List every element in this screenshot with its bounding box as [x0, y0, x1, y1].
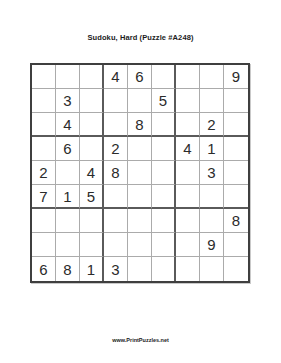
cell-r8c2 [56, 233, 80, 257]
cell-r2c9 [224, 89, 248, 113]
cell-r4c1 [32, 137, 56, 161]
cell-r6c2: 1 [56, 185, 80, 209]
cell-r7c7 [176, 209, 200, 233]
cell-r9c3: 1 [80, 257, 104, 281]
cell-r1c9: 9 [224, 65, 248, 89]
cell-r2c5 [128, 89, 152, 113]
cell-r5c4: 8 [104, 161, 128, 185]
cell-r9c7 [176, 257, 200, 281]
cell-r5c9 [224, 161, 248, 185]
cell-r2c1 [32, 89, 56, 113]
cell-r5c6 [152, 161, 176, 185]
cell-r6c4 [104, 185, 128, 209]
cell-r2c4 [104, 89, 128, 113]
cell-r1c4: 4 [104, 65, 128, 89]
cell-r4c8: 1 [200, 137, 224, 161]
cell-r4c2: 6 [56, 137, 80, 161]
cell-r3c9 [224, 113, 248, 137]
cell-r1c7 [176, 65, 200, 89]
cell-r5c2 [56, 161, 80, 185]
cell-r1c5: 6 [128, 65, 152, 89]
cell-r8c7 [176, 233, 200, 257]
cell-r7c6 [152, 209, 176, 233]
cell-r3c1 [32, 113, 56, 137]
cell-r7c9: 8 [224, 209, 248, 233]
cell-r9c5 [128, 257, 152, 281]
cell-r6c8 [200, 185, 224, 209]
cell-r4c7: 4 [176, 137, 200, 161]
cell-r8c6 [152, 233, 176, 257]
cell-r2c6: 5 [152, 89, 176, 113]
cell-r7c8 [200, 209, 224, 233]
cell-r1c2 [56, 65, 80, 89]
cell-r8c8: 9 [200, 233, 224, 257]
cell-r8c4 [104, 233, 128, 257]
cell-r9c4: 3 [104, 257, 128, 281]
cell-r3c8: 2 [200, 113, 224, 137]
cell-r2c2: 3 [56, 89, 80, 113]
page: { "game": "sudoku", "title": "Sudoku, Ha… [0, 0, 281, 363]
cell-r8c3 [80, 233, 104, 257]
cell-r3c3 [80, 113, 104, 137]
cell-r2c8 [200, 89, 224, 113]
cell-r6c7 [176, 185, 200, 209]
cell-r9c9 [224, 257, 248, 281]
cell-r3c2: 4 [56, 113, 80, 137]
footer-url: www.PrintPuzzles.net [0, 337, 281, 343]
cell-r6c3: 5 [80, 185, 104, 209]
cell-r3c5: 8 [128, 113, 152, 137]
cell-r5c3: 4 [80, 161, 104, 185]
cell-r7c1 [32, 209, 56, 233]
cell-r5c7 [176, 161, 200, 185]
sudoku-board: 4693548262412483715896813 [30, 63, 250, 283]
cell-r1c3 [80, 65, 104, 89]
cell-r5c8: 3 [200, 161, 224, 185]
cell-r4c5 [128, 137, 152, 161]
cell-r3c7 [176, 113, 200, 137]
cell-r3c4 [104, 113, 128, 137]
cell-r4c9 [224, 137, 248, 161]
cell-r8c5 [128, 233, 152, 257]
cell-r6c1: 7 [32, 185, 56, 209]
cell-r1c6 [152, 65, 176, 89]
cell-r4c4: 2 [104, 137, 128, 161]
cell-r9c6 [152, 257, 176, 281]
cell-r9c2: 8 [56, 257, 80, 281]
cell-r7c2 [56, 209, 80, 233]
cell-r7c3 [80, 209, 104, 233]
cell-r7c4 [104, 209, 128, 233]
cell-r1c1 [32, 65, 56, 89]
cell-r4c6 [152, 137, 176, 161]
cell-r7c5 [128, 209, 152, 233]
cell-r6c9 [224, 185, 248, 209]
cell-r9c8 [200, 257, 224, 281]
cell-r9c1: 6 [32, 257, 56, 281]
cell-r8c9 [224, 233, 248, 257]
cell-r5c1: 2 [32, 161, 56, 185]
cell-r2c7 [176, 89, 200, 113]
puzzle-title: Sudoku, Hard (Puzzle #A248) [0, 33, 281, 42]
cell-r4c3 [80, 137, 104, 161]
cell-r6c6 [152, 185, 176, 209]
cell-r1c8 [200, 65, 224, 89]
cell-r8c1 [32, 233, 56, 257]
cell-r5c5 [128, 161, 152, 185]
cell-r6c5 [128, 185, 152, 209]
cell-r3c6 [152, 113, 176, 137]
cell-r2c3 [80, 89, 104, 113]
